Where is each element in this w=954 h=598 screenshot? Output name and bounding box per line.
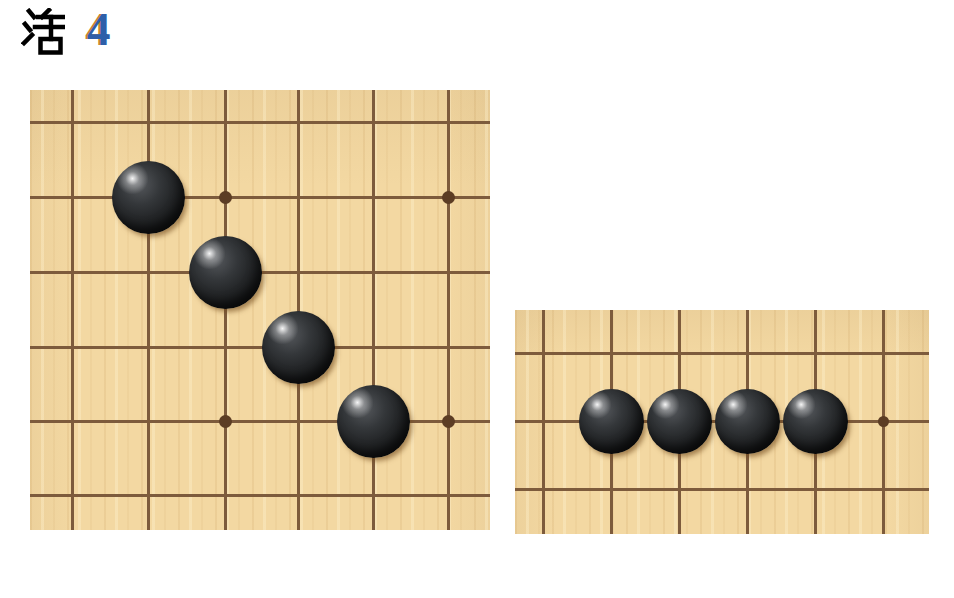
- grid-line-vertical: [71, 90, 74, 530]
- stone-black: [579, 389, 644, 454]
- star-point: [219, 191, 232, 204]
- star-point: [878, 416, 889, 427]
- grid-line-horizontal: [515, 352, 929, 355]
- grid-line-horizontal: [30, 196, 490, 199]
- title-hanzi-glyph: [21, 8, 65, 55]
- stone-black: [112, 161, 185, 234]
- grid-line-horizontal: [30, 121, 490, 124]
- grid-line-vertical: [147, 90, 150, 530]
- grid-line-horizontal: [515, 488, 929, 491]
- go-board-diagram-2[interactable]: [515, 310, 929, 534]
- grid-line-horizontal: [30, 346, 490, 349]
- stone-black: [647, 389, 712, 454]
- stone-black: [337, 385, 410, 458]
- grid-line-vertical: [372, 90, 375, 530]
- grid-line-horizontal: [30, 420, 490, 423]
- grid-line-horizontal: [30, 494, 490, 497]
- title-number: 4: [87, 6, 111, 53]
- stone-black: [262, 311, 335, 384]
- stone-black: [783, 389, 848, 454]
- star-point: [442, 415, 455, 428]
- star-point: [442, 191, 455, 204]
- page: 活 4: [0, 0, 954, 598]
- stone-black: [189, 236, 262, 309]
- stone-black: [715, 389, 780, 454]
- grid-line-vertical: [224, 90, 227, 530]
- grid-line-vertical: [447, 90, 450, 530]
- page-title: 活 4: [0, 0, 300, 60]
- go-board-diagram-1[interactable]: [30, 90, 490, 530]
- star-point: [219, 415, 232, 428]
